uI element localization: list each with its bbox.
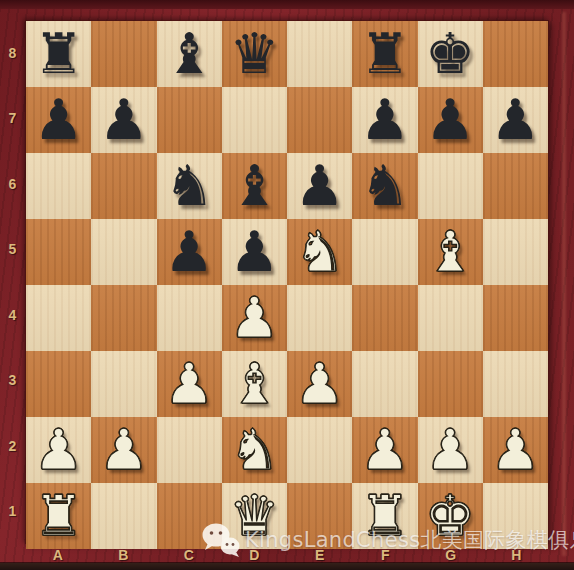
square-c7[interactable]: [157, 87, 222, 153]
piece-black-pawn: ♟: [418, 87, 483, 153]
square-f4[interactable]: [352, 285, 417, 351]
square-g2[interactable]: ♟: [418, 417, 483, 483]
piece-black-bishop: ♝: [222, 153, 287, 219]
square-a7[interactable]: ♟: [26, 87, 91, 153]
piece-black-pawn: ♟: [157, 219, 222, 285]
frame-top-edge: [0, 0, 574, 9]
square-c3[interactable]: ♟: [157, 351, 222, 417]
frame-right-sheen: [562, 12, 566, 556]
piece-black-pawn: ♟: [483, 87, 548, 153]
piece-white-rook: ♜: [352, 483, 417, 549]
board-frame: 87654321 ♜♝♛♜♚♟♟♟♟♟♞♝♟♞♟♟♞♝♟♟♝♟♟♟♞♟♟♟♜♛♜…: [0, 0, 574, 570]
piece-white-pawn: ♟: [287, 351, 352, 417]
square-e3[interactable]: ♟: [287, 351, 352, 417]
piece-black-pawn: ♟: [26, 87, 91, 153]
square-h6[interactable]: [483, 153, 548, 219]
piece-white-pawn: ♟: [157, 351, 222, 417]
rank-label-3: 3: [0, 348, 25, 414]
square-f6[interactable]: ♞: [352, 153, 417, 219]
piece-white-bishop: ♝: [418, 219, 483, 285]
piece-white-knight: ♞: [287, 219, 352, 285]
rank-label-7: 7: [0, 86, 25, 152]
square-h5[interactable]: [483, 219, 548, 285]
square-f2[interactable]: ♟: [352, 417, 417, 483]
square-a2[interactable]: ♟: [26, 417, 91, 483]
square-d5[interactable]: ♟: [222, 219, 287, 285]
square-h8[interactable]: [483, 21, 548, 87]
square-f8[interactable]: ♜: [352, 21, 417, 87]
square-h7[interactable]: ♟: [483, 87, 548, 153]
square-d2[interactable]: ♞: [222, 417, 287, 483]
piece-black-knight: ♞: [352, 153, 417, 219]
piece-white-bishop: ♝: [222, 351, 287, 417]
piece-white-pawn: ♟: [418, 417, 483, 483]
piece-black-knight: ♞: [157, 153, 222, 219]
rank-label-5: 5: [0, 217, 25, 283]
piece-white-rook: ♜: [26, 483, 91, 549]
board: ♜♝♛♜♚♟♟♟♟♟♞♝♟♞♟♟♞♝♟♟♝♟♟♟♞♟♟♟♜♛♜♚: [25, 20, 549, 544]
square-b8[interactable]: [91, 21, 156, 87]
square-h2[interactable]: ♟: [483, 417, 548, 483]
piece-black-king: ♚: [418, 21, 483, 87]
square-d4[interactable]: ♟: [222, 285, 287, 351]
square-a8[interactable]: ♜: [26, 21, 91, 87]
square-b4[interactable]: [91, 285, 156, 351]
piece-white-queen: ♛: [222, 483, 287, 549]
square-c5[interactable]: ♟: [157, 219, 222, 285]
rank-labels: 87654321: [0, 20, 25, 544]
piece-black-pawn: ♟: [91, 87, 156, 153]
piece-black-bishop: ♝: [157, 21, 222, 87]
piece-white-knight: ♞: [222, 417, 287, 483]
square-a6[interactable]: [26, 153, 91, 219]
square-g5[interactable]: ♝: [418, 219, 483, 285]
rank-label-8: 8: [0, 20, 25, 86]
square-e2[interactable]: [287, 417, 352, 483]
piece-black-pawn: ♟: [287, 153, 352, 219]
square-f1[interactable]: ♜: [352, 483, 417, 549]
square-d3[interactable]: ♝: [222, 351, 287, 417]
piece-black-pawn: ♟: [352, 87, 417, 153]
square-a5[interactable]: [26, 219, 91, 285]
square-f3[interactable]: [352, 351, 417, 417]
square-c4[interactable]: [157, 285, 222, 351]
piece-white-pawn: ♟: [483, 417, 548, 483]
square-c2[interactable]: [157, 417, 222, 483]
square-d6[interactable]: ♝: [222, 153, 287, 219]
square-a1[interactable]: ♜: [26, 483, 91, 549]
rank-label-1: 1: [0, 479, 25, 545]
square-e4[interactable]: [287, 285, 352, 351]
piece-black-pawn: ♟: [222, 219, 287, 285]
square-g7[interactable]: ♟: [418, 87, 483, 153]
square-b7[interactable]: ♟: [91, 87, 156, 153]
rank-label-2: 2: [0, 413, 25, 479]
square-g4[interactable]: [418, 285, 483, 351]
piece-black-rook: ♜: [352, 21, 417, 87]
square-c1[interactable]: [157, 483, 222, 549]
square-h4[interactable]: [483, 285, 548, 351]
frame-bottom-edge: [0, 563, 574, 570]
square-b2[interactable]: ♟: [91, 417, 156, 483]
piece-white-pawn: ♟: [91, 417, 156, 483]
square-c6[interactable]: ♞: [157, 153, 222, 219]
square-d7[interactable]: [222, 87, 287, 153]
square-e5[interactable]: ♞: [287, 219, 352, 285]
square-g8[interactable]: ♚: [418, 21, 483, 87]
square-e1[interactable]: [287, 483, 352, 549]
piece-black-queen: ♛: [222, 21, 287, 87]
piece-white-pawn: ♟: [26, 417, 91, 483]
square-g6[interactable]: [418, 153, 483, 219]
square-b5[interactable]: [91, 219, 156, 285]
square-g1[interactable]: ♚: [418, 483, 483, 549]
piece-white-pawn: ♟: [352, 417, 417, 483]
square-b6[interactable]: [91, 153, 156, 219]
square-b3[interactable]: [91, 351, 156, 417]
square-b1[interactable]: [91, 483, 156, 549]
piece-white-pawn: ♟: [222, 285, 287, 351]
rank-label-6: 6: [0, 151, 25, 217]
square-c8[interactable]: ♝: [157, 21, 222, 87]
square-d1[interactable]: ♛: [222, 483, 287, 549]
square-a4[interactable]: [26, 285, 91, 351]
square-f5[interactable]: [352, 219, 417, 285]
square-a3[interactable]: [26, 351, 91, 417]
square-e6[interactable]: ♟: [287, 153, 352, 219]
square-d8[interactable]: ♛: [222, 21, 287, 87]
square-h3[interactable]: [483, 351, 548, 417]
square-e8[interactable]: [287, 21, 352, 87]
piece-black-rook: ♜: [26, 21, 91, 87]
rank-label-4: 4: [0, 282, 25, 348]
square-e7[interactable]: [287, 87, 352, 153]
square-g3[interactable]: [418, 351, 483, 417]
piece-white-king: ♚: [418, 483, 483, 549]
square-f7[interactable]: ♟: [352, 87, 417, 153]
square-h1[interactable]: [483, 483, 548, 549]
